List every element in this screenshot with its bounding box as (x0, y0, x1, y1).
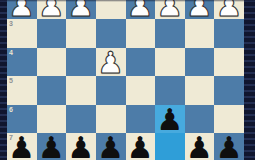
square-f7[interactable]: ♟ (66, 133, 96, 160)
square-d6[interactable] (126, 105, 156, 134)
square-c6[interactable]: ♟ (155, 105, 185, 134)
square-g4[interactable] (37, 48, 67, 77)
square-h7[interactable]: 7♟ (7, 133, 37, 160)
white-pawn[interactable]: ♟ (66, 0, 96, 20)
square-b6[interactable] (185, 105, 215, 134)
square-h4[interactable]: 4 (7, 48, 37, 77)
square-e7[interactable]: ♟ (96, 133, 126, 160)
black-pawn[interactable]: ♟ (7, 134, 37, 160)
board-right-border (244, 0, 255, 160)
white-pawn[interactable]: ♟ (185, 0, 215, 20)
square-e5[interactable] (96, 76, 126, 105)
square-h2[interactable]: 2♟ (7, 0, 37, 19)
square-g5[interactable] (37, 76, 67, 105)
square-d3[interactable] (126, 19, 156, 48)
square-d2[interactable]: ♟ (126, 0, 156, 19)
square-g3[interactable] (37, 19, 67, 48)
square-a5[interactable] (214, 76, 244, 105)
white-pawn[interactable]: ♟ (126, 0, 156, 20)
chess-board[interactable]: 12♟♟♟♟♟♟♟34♟56♟7♟♟♟♟♟♟♟8 (7, 0, 244, 160)
white-pawn[interactable]: ♟ (37, 0, 67, 20)
white-pawn[interactable]: ♟ (155, 0, 185, 20)
white-pawn[interactable]: ♟ (214, 0, 244, 20)
chess-app-window: 12♟♟♟♟♟♟♟34♟56♟7♟♟♟♟♟♟♟8 (0, 0, 255, 160)
square-h6[interactable]: 6 (7, 105, 37, 134)
square-f4[interactable] (66, 48, 96, 77)
square-a2[interactable]: ♟ (214, 0, 244, 19)
square-h3[interactable]: 3 (7, 19, 37, 48)
square-c5[interactable] (155, 76, 185, 105)
square-e6[interactable] (96, 105, 126, 134)
square-d5[interactable] (126, 76, 156, 105)
square-f6[interactable] (66, 105, 96, 134)
white-pawn[interactable]: ♟ (96, 49, 126, 78)
square-h5[interactable]: 5 (7, 76, 37, 105)
black-pawn[interactable]: ♟ (96, 134, 126, 160)
black-pawn[interactable]: ♟ (214, 134, 244, 160)
square-a4[interactable] (214, 48, 244, 77)
square-e2[interactable] (96, 0, 126, 19)
square-e4[interactable]: ♟ (96, 48, 126, 77)
square-a6[interactable] (214, 105, 244, 134)
square-e3[interactable] (96, 19, 126, 48)
rank-label-6: 6 (9, 106, 13, 114)
black-pawn[interactable]: ♟ (37, 134, 67, 160)
square-a7[interactable]: ♟ (214, 133, 244, 160)
square-a3[interactable] (214, 19, 244, 48)
square-g2[interactable]: ♟ (37, 0, 67, 19)
square-b7[interactable]: ♟ (185, 133, 215, 160)
rank-label-5: 5 (9, 77, 13, 85)
square-g7[interactable]: ♟ (37, 133, 67, 160)
square-d4[interactable] (126, 48, 156, 77)
square-c3[interactable] (155, 19, 185, 48)
board-left-border (0, 0, 7, 160)
square-c2[interactable]: ♟ (155, 0, 185, 19)
square-b4[interactable] (185, 48, 215, 77)
black-pawn[interactable]: ♟ (66, 134, 96, 160)
square-b3[interactable] (185, 19, 215, 48)
black-pawn[interactable]: ♟ (155, 106, 185, 135)
square-f2[interactable]: ♟ (66, 0, 96, 19)
square-g6[interactable] (37, 105, 67, 134)
square-c7[interactable] (155, 133, 185, 160)
square-b5[interactable] (185, 76, 215, 105)
rank-label-4: 4 (9, 49, 13, 57)
square-f5[interactable] (66, 76, 96, 105)
square-b2[interactable]: ♟ (185, 0, 215, 19)
rank-label-3: 3 (9, 20, 13, 28)
square-f3[interactable] (66, 19, 96, 48)
square-d7[interactable]: ♟ (126, 133, 156, 160)
square-c4[interactable] (155, 48, 185, 77)
black-pawn[interactable]: ♟ (185, 134, 215, 160)
white-pawn[interactable]: ♟ (7, 0, 37, 20)
black-pawn[interactable]: ♟ (126, 134, 156, 160)
